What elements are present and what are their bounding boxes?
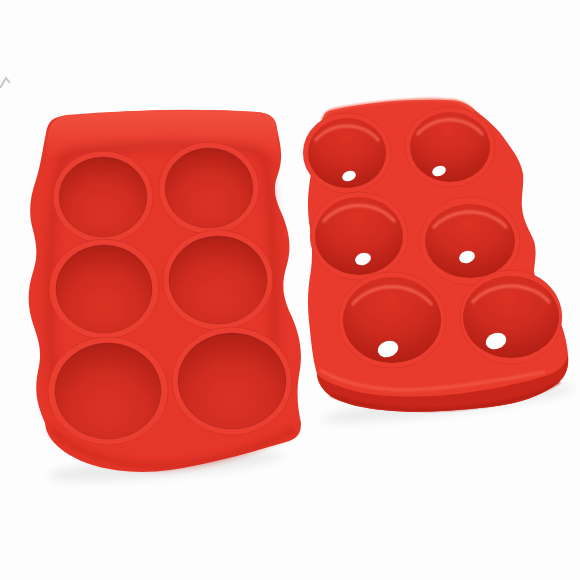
cavity <box>172 327 292 435</box>
photo-artifact <box>0 78 10 88</box>
cavity <box>310 192 408 280</box>
left-tray <box>29 110 301 472</box>
cavity-bowl <box>59 157 147 237</box>
right-tray <box>303 100 568 412</box>
cavity-bowl <box>178 333 286 429</box>
cavity <box>460 270 562 364</box>
cavity-bowl <box>169 236 267 324</box>
cavity <box>405 107 495 187</box>
cavity <box>159 142 259 234</box>
cavity <box>163 230 273 330</box>
cavity-bowl <box>463 276 559 358</box>
product-photo <box>0 0 580 580</box>
cavity-bowl <box>56 245 152 333</box>
cavity <box>48 337 168 445</box>
cavity-bowl <box>165 148 253 228</box>
cavity <box>49 239 159 339</box>
cavity-bowl <box>410 112 490 182</box>
cavity <box>53 151 153 243</box>
cavity-bowl <box>425 204 515 278</box>
cavity <box>338 272 446 368</box>
cavity-bowl <box>55 343 161 439</box>
cavity <box>303 113 391 193</box>
